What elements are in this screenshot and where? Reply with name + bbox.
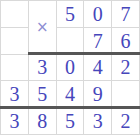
cell-r4c3-partial2-digit: 4 bbox=[57, 81, 84, 107]
multiplication-grid: × 5 0 7 7 6 3 0 4 2 3 5 4 9 3 8 5 3 2 bbox=[0, 0, 140, 135]
cell-r2c4-multiplier-digit: 7 bbox=[84, 28, 111, 54]
total-rule-bar bbox=[0, 106, 140, 109]
multiply-sign: × bbox=[29, 1, 56, 54]
cell-r1c5-multiplicand-digit: 7 bbox=[112, 1, 139, 27]
cell-r2c1 bbox=[1, 28, 28, 54]
cell-r2c3 bbox=[57, 28, 84, 54]
cell-r1c1 bbox=[1, 1, 28, 27]
cell-r4c4-partial2-digit: 9 bbox=[84, 81, 111, 107]
cell-r5c1-product-digit: 3 bbox=[1, 108, 28, 134]
cell-r1c4-multiplicand-digit: 0 bbox=[84, 1, 111, 27]
cell-r5c5-product-digit: 2 bbox=[112, 108, 139, 134]
cell-r4c2-partial2-digit: 5 bbox=[29, 81, 56, 107]
cell-r3c1 bbox=[1, 55, 28, 81]
cell-r3c5-partial1-digit: 2 bbox=[112, 55, 139, 81]
cell-r3c2-partial1-digit: 3 bbox=[29, 55, 56, 81]
cell-r4c1-partial2-digit: 3 bbox=[1, 81, 28, 107]
partial-product-rule-bar bbox=[28, 52, 140, 55]
long-multiplication-worksheet: × 5 0 7 7 6 3 0 4 2 3 5 4 9 3 8 5 3 2 bbox=[0, 0, 140, 135]
cell-r3c3-partial1-digit: 0 bbox=[57, 55, 84, 81]
cell-r5c3-product-digit: 5 bbox=[57, 108, 84, 134]
cell-r4c5 bbox=[112, 81, 139, 107]
cell-r3c4-partial1-digit: 4 bbox=[84, 55, 111, 81]
cell-r1c3-multiplicand-digit: 5 bbox=[57, 1, 84, 27]
cell-r5c4-product-digit: 3 bbox=[84, 108, 111, 134]
cell-r2c5-multiplier-digit: 6 bbox=[112, 28, 139, 54]
cell-r5c2-product-digit: 8 bbox=[29, 108, 56, 134]
